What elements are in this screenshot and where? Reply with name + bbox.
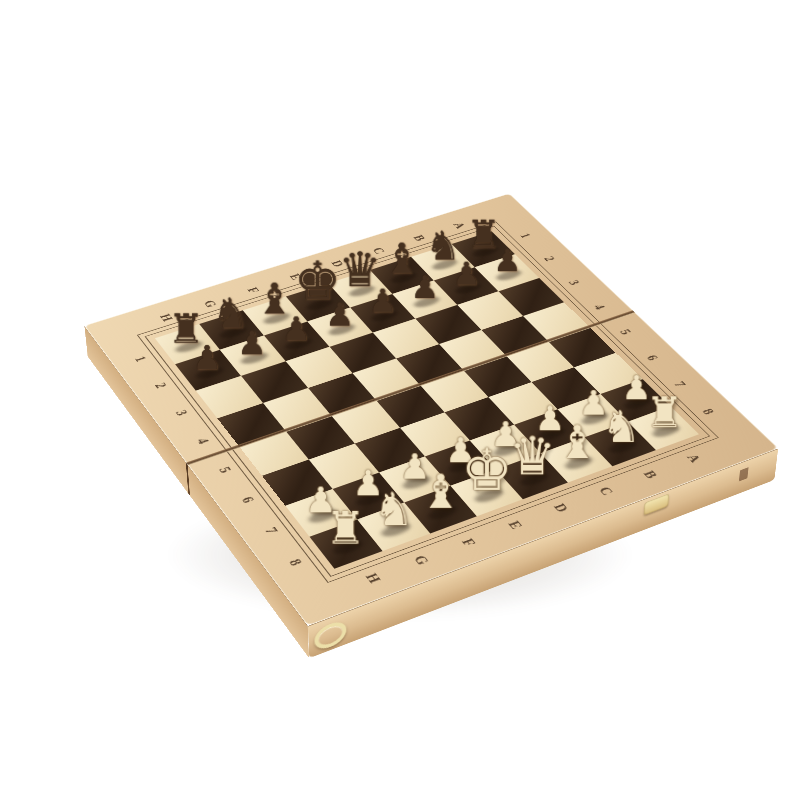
brass-clasp-latch xyxy=(644,493,670,515)
piece-black-pawn-g2[interactable]: ♟ xyxy=(227,319,276,368)
rank-label-right-5: 5 xyxy=(612,324,639,340)
perspective-wrapper: ♜♞♝♚♛♝♞♜♟♟♟♟♟♟♟♟♟♟♟♟♟♟♟♟♜♞♝♚♛♝♞♜ AABBCCD… xyxy=(0,0,800,800)
rank-label-left-5: 5 xyxy=(211,461,239,479)
file-label-near-e: E xyxy=(500,515,529,534)
piece-black-pawn-b2[interactable]: ♟ xyxy=(443,250,491,298)
file-label-near-f: F xyxy=(454,532,484,552)
piece-white-bishop-c8[interactable]: ♝ xyxy=(551,416,603,468)
square-h2[interactable]: ♟ xyxy=(175,350,241,391)
piece-white-king-e8[interactable]: ♚ xyxy=(460,444,513,497)
rank-label-left-1: 1 xyxy=(127,351,153,367)
file-label-near-a: A xyxy=(679,449,708,467)
rank-label-left-3: 3 xyxy=(168,404,195,421)
piece-black-pawn-a2[interactable]: ♟ xyxy=(484,237,531,284)
piece-white-bishop-f8[interactable]: ♝ xyxy=(414,465,468,519)
rank-label-right-2: 2 xyxy=(536,252,562,267)
file-label-near-g: G xyxy=(406,550,436,570)
rank-label-left-7: 7 xyxy=(256,521,285,540)
piece-black-pawn-f2[interactable]: ♟ xyxy=(272,305,321,354)
piece-black-pawn-d2[interactable]: ♟ xyxy=(358,277,406,325)
rank-label-left-8: 8 xyxy=(280,553,309,573)
piece-white-knight-g8[interactable]: ♞ xyxy=(366,483,420,537)
rank-label-right-8: 8 xyxy=(694,403,722,420)
brass-clasp-loop xyxy=(314,618,346,653)
corner-joint-notch xyxy=(739,467,749,481)
piece-black-pawn-c2[interactable]: ♟ xyxy=(401,264,449,312)
piece-black-pawn-e2[interactable]: ♟ xyxy=(315,291,364,340)
fold-seam-side xyxy=(186,462,190,496)
rank-label-right-4: 4 xyxy=(586,299,612,314)
rank-label-right-3: 3 xyxy=(561,275,587,290)
file-label-near-c: C xyxy=(591,481,620,500)
chessboard: ♜♞♝♚♛♝♞♜♟♟♟♟♟♟♟♟♟♟♟♟♟♟♟♟♜♞♝♚♛♝♞♜ AABBCCD… xyxy=(84,193,778,625)
rank-label-left-4: 4 xyxy=(189,432,216,450)
photo-stage: ♜♞♝♚♛♝♞♜♟♟♟♟♟♟♟♟♟♟♟♟♟♟♟♟♜♞♝♚♛♝♞♜ AABBCCD… xyxy=(0,0,800,800)
rank-label-left-6: 6 xyxy=(233,491,261,510)
piece-white-rook-h8[interactable]: ♜ xyxy=(318,501,373,556)
piece-white-queen-d8[interactable]: ♛ xyxy=(506,430,559,483)
file-label-near-d: D xyxy=(546,498,575,517)
file-label-near-b: B xyxy=(636,465,665,483)
piece-black-pawn-h2[interactable]: ♟ xyxy=(182,333,232,383)
file-label-near-h: H xyxy=(358,568,388,588)
square-h8[interactable]: ♜ xyxy=(310,520,383,569)
rank-label-left-2: 2 xyxy=(147,377,174,394)
